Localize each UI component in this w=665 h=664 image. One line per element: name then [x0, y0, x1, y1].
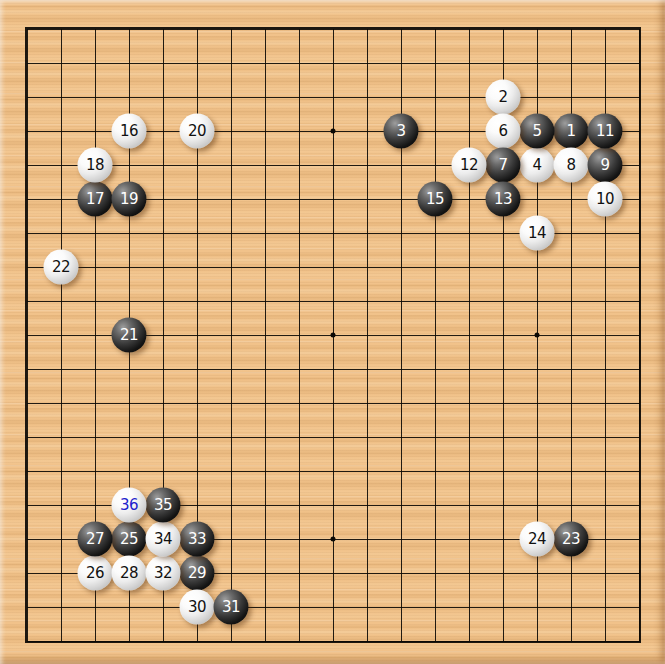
move-number: 15: [426, 192, 444, 207]
move-number: 24: [528, 532, 546, 547]
stone-black-19[interactable]: 19: [112, 182, 147, 217]
move-number: 8: [566, 158, 575, 173]
stone-white-34[interactable]: 34: [146, 522, 181, 557]
move-number: 28: [120, 566, 138, 581]
move-number: 10: [596, 192, 614, 207]
stone-black-35[interactable]: 35: [146, 488, 181, 523]
move-number: 32: [154, 566, 172, 581]
move-number: 19: [120, 192, 138, 207]
stone-white-14[interactable]: 14: [520, 216, 555, 251]
move-number: 29: [188, 566, 206, 581]
move-number: 14: [528, 226, 546, 241]
stone-black-17[interactable]: 17: [78, 182, 113, 217]
stone-black-5[interactable]: 5: [520, 114, 555, 149]
move-number: 5: [532, 124, 541, 139]
stone-black-9[interactable]: 9: [588, 148, 623, 183]
stone-white-4[interactable]: 4: [520, 148, 555, 183]
stone-black-3[interactable]: 3: [384, 114, 419, 149]
move-number: 2: [498, 90, 507, 105]
move-number: 17: [86, 192, 104, 207]
stone-black-21[interactable]: 21: [112, 318, 147, 353]
stone-white-36[interactable]: 36: [112, 488, 147, 523]
move-number: 34: [154, 532, 172, 547]
stone-black-33[interactable]: 33: [180, 522, 215, 557]
stone-white-32[interactable]: 32: [146, 556, 181, 591]
move-number: 6: [498, 124, 507, 139]
stone-black-25[interactable]: 25: [112, 522, 147, 557]
move-number: 12: [460, 158, 478, 173]
move-number: 18: [86, 158, 104, 173]
stone-black-11[interactable]: 11: [588, 114, 623, 149]
move-number: 13: [494, 192, 512, 207]
stone-white-24[interactable]: 24: [520, 522, 555, 557]
stone-white-30[interactable]: 30: [180, 590, 215, 625]
move-number: 30: [188, 600, 206, 615]
move-number: 23: [562, 532, 580, 547]
move-number: 26: [86, 566, 104, 581]
stone-white-28[interactable]: 28: [112, 556, 147, 591]
move-number: 16: [120, 124, 138, 139]
stone-white-8[interactable]: 8: [554, 148, 589, 183]
stone-white-20[interactable]: 20: [180, 114, 215, 149]
move-number: 22: [52, 260, 70, 275]
move-number: 9: [600, 158, 609, 173]
stone-black-23[interactable]: 23: [554, 522, 589, 557]
move-number: 33: [188, 532, 206, 547]
stone-black-27[interactable]: 27: [78, 522, 113, 557]
move-number: 11: [596, 124, 614, 139]
stone-black-7[interactable]: 7: [486, 148, 521, 183]
move-number: 1: [566, 124, 575, 139]
stone-white-12[interactable]: 12: [452, 148, 487, 183]
move-number: 27: [86, 532, 104, 547]
move-number: 20: [188, 124, 206, 139]
stone-white-18[interactable]: 18: [78, 148, 113, 183]
move-number: 35: [154, 498, 172, 513]
stone-white-10[interactable]: 10: [588, 182, 623, 217]
stone-white-6[interactable]: 6: [486, 114, 521, 149]
move-number: 25: [120, 532, 138, 547]
move-number: 36: [120, 498, 138, 513]
stone-white-16[interactable]: 16: [112, 114, 147, 149]
stone-white-22[interactable]: 22: [44, 250, 79, 285]
move-number: 7: [498, 158, 507, 173]
move-number: 21: [120, 328, 138, 343]
stone-black-1[interactable]: 1: [554, 114, 589, 149]
stone-black-29[interactable]: 29: [180, 556, 215, 591]
move-number: 4: [532, 158, 541, 173]
stone-black-13[interactable]: 13: [486, 182, 521, 217]
move-number: 31: [222, 600, 240, 615]
stone-black-31[interactable]: 31: [214, 590, 249, 625]
goban-board: 1234567891011121314151617181920212223242…: [0, 0, 665, 664]
stone-black-15[interactable]: 15: [418, 182, 453, 217]
stone-white-26[interactable]: 26: [78, 556, 113, 591]
stone-white-2[interactable]: 2: [486, 80, 521, 115]
move-number: 3: [396, 124, 405, 139]
